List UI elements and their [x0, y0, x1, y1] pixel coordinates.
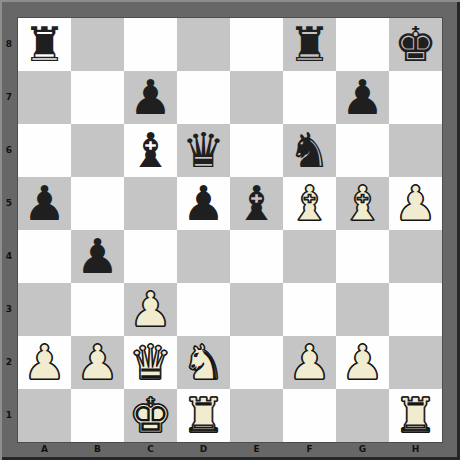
square-c4[interactable] [124, 230, 177, 283]
file-label-g: G [336, 442, 389, 460]
black-rook[interactable]: ♜ [288, 20, 331, 68]
black-pawn[interactable]: ♟ [341, 73, 384, 121]
square-h1[interactable]: ♜ [389, 389, 442, 442]
black-pawn[interactable]: ♟ [76, 232, 119, 280]
square-f3[interactable] [283, 283, 336, 336]
file-label-a: A [18, 442, 71, 460]
white-bishop[interactable]: ♝ [288, 179, 331, 227]
white-bishop[interactable]: ♝ [341, 179, 384, 227]
square-h2[interactable] [389, 336, 442, 389]
square-c1[interactable]: ♚ [124, 389, 177, 442]
square-e1[interactable] [230, 389, 283, 442]
square-h4[interactable] [389, 230, 442, 283]
square-g2[interactable]: ♟ [336, 336, 389, 389]
board: ♜♜♚♟♟♝♛♞♟♟♝♝♝♟♟♟♟♟♛♞♟♟♚♜♜ [18, 18, 442, 442]
white-rook[interactable]: ♜ [182, 391, 225, 439]
square-g4[interactable] [336, 230, 389, 283]
square-f7[interactable] [283, 71, 336, 124]
square-c6[interactable]: ♝ [124, 124, 177, 177]
square-d2[interactable]: ♞ [177, 336, 230, 389]
square-a7[interactable] [18, 71, 71, 124]
rank-label-3: 3 [0, 283, 18, 336]
square-f4[interactable] [283, 230, 336, 283]
square-d6[interactable]: ♛ [177, 124, 230, 177]
square-c3[interactable]: ♟ [124, 283, 177, 336]
square-b1[interactable] [71, 389, 124, 442]
white-knight[interactable]: ♞ [182, 338, 225, 386]
file-label-e: E [230, 442, 283, 460]
white-pawn[interactable]: ♟ [341, 338, 384, 386]
square-h3[interactable] [389, 283, 442, 336]
white-king[interactable]: ♚ [129, 391, 172, 439]
rank-label-8: 8 [0, 18, 18, 71]
square-c5[interactable] [124, 177, 177, 230]
white-pawn[interactable]: ♟ [23, 338, 66, 386]
square-h5[interactable]: ♟ [389, 177, 442, 230]
file-label-h: H [389, 442, 442, 460]
square-f2[interactable]: ♟ [283, 336, 336, 389]
square-c7[interactable]: ♟ [124, 71, 177, 124]
square-f6[interactable]: ♞ [283, 124, 336, 177]
black-pawn[interactable]: ♟ [23, 179, 66, 227]
square-e8[interactable] [230, 18, 283, 71]
square-b2[interactable]: ♟ [71, 336, 124, 389]
square-f1[interactable] [283, 389, 336, 442]
square-d5[interactable]: ♟ [177, 177, 230, 230]
white-pawn[interactable]: ♟ [288, 338, 331, 386]
black-rook[interactable]: ♜ [23, 20, 66, 68]
square-h7[interactable] [389, 71, 442, 124]
square-b5[interactable] [71, 177, 124, 230]
white-rook[interactable]: ♜ [394, 391, 437, 439]
square-g8[interactable] [336, 18, 389, 71]
black-pawn[interactable]: ♟ [182, 179, 225, 227]
square-e7[interactable] [230, 71, 283, 124]
square-c2[interactable]: ♛ [124, 336, 177, 389]
file-label-d: D [177, 442, 230, 460]
square-g3[interactable] [336, 283, 389, 336]
rank-label-7: 7 [0, 71, 18, 124]
square-g7[interactable]: ♟ [336, 71, 389, 124]
square-b7[interactable] [71, 71, 124, 124]
file-label-b: B [71, 442, 124, 460]
square-b3[interactable] [71, 283, 124, 336]
square-d4[interactable] [177, 230, 230, 283]
rank-label-1: 1 [0, 389, 18, 442]
square-g1[interactable] [336, 389, 389, 442]
square-d8[interactable] [177, 18, 230, 71]
square-a8[interactable]: ♜ [18, 18, 71, 71]
square-g6[interactable] [336, 124, 389, 177]
white-queen[interactable]: ♛ [129, 338, 172, 386]
square-h6[interactable] [389, 124, 442, 177]
rank-labels: 87654321 [0, 18, 18, 442]
square-a4[interactable] [18, 230, 71, 283]
rank-label-4: 4 [0, 230, 18, 283]
black-king[interactable]: ♚ [394, 20, 437, 68]
square-d3[interactable] [177, 283, 230, 336]
square-a2[interactable]: ♟ [18, 336, 71, 389]
file-label-c: C [124, 442, 177, 460]
rank-label-5: 5 [0, 177, 18, 230]
square-a6[interactable] [18, 124, 71, 177]
square-b8[interactable] [71, 18, 124, 71]
square-a3[interactable] [18, 283, 71, 336]
square-e6[interactable] [230, 124, 283, 177]
rank-label-6: 6 [0, 124, 18, 177]
file-labels: ABCDEFGH [18, 442, 442, 460]
black-pawn[interactable]: ♟ [129, 73, 172, 121]
square-h8[interactable]: ♚ [389, 18, 442, 71]
black-knight[interactable]: ♞ [288, 126, 331, 174]
square-a5[interactable]: ♟ [18, 177, 71, 230]
black-bishop[interactable]: ♝ [129, 126, 172, 174]
square-b4[interactable]: ♟ [71, 230, 124, 283]
square-f8[interactable]: ♜ [283, 18, 336, 71]
white-pawn[interactable]: ♟ [76, 338, 119, 386]
rank-label-2: 2 [0, 336, 18, 389]
square-e2[interactable] [230, 336, 283, 389]
white-pawn[interactable]: ♟ [129, 285, 172, 333]
square-f5[interactable]: ♝ [283, 177, 336, 230]
black-bishop[interactable]: ♝ [235, 179, 278, 227]
square-c8[interactable] [124, 18, 177, 71]
square-d1[interactable]: ♜ [177, 389, 230, 442]
square-e3[interactable] [230, 283, 283, 336]
square-g5[interactable]: ♝ [336, 177, 389, 230]
square-b6[interactable] [71, 124, 124, 177]
board-frame: 87654321 ♜♜♚♟♟♝♛♞♟♟♝♝♝♟♟♟♟♟♛♞♟♟♚♜♜ ABCDE… [0, 0, 460, 460]
square-a1[interactable] [18, 389, 71, 442]
square-d7[interactable] [177, 71, 230, 124]
file-label-f: F [283, 442, 336, 460]
black-queen[interactable]: ♛ [182, 126, 225, 174]
square-e4[interactable] [230, 230, 283, 283]
white-pawn[interactable]: ♟ [394, 179, 437, 227]
square-e5[interactable]: ♝ [230, 177, 283, 230]
